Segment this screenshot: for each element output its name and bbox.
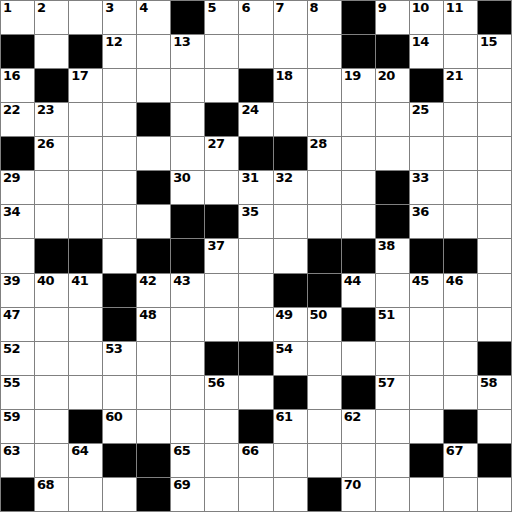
cell-r9c6[interactable]: 43: [171, 274, 204, 307]
clue-number-13: 13: [173, 35, 190, 49]
cell-r9c3[interactable]: 41: [69, 274, 102, 307]
cell-r14c14[interactable]: 67: [444, 444, 477, 477]
black-cell-r10c11: [342, 308, 375, 341]
cell-r14c11[interactable]: [342, 444, 375, 477]
cell-r4c2[interactable]: 23: [35, 103, 68, 136]
clue-number-51: 51: [378, 308, 395, 322]
black-cell-r7c7: [205, 205, 238, 238]
clue-number-39: 39: [3, 274, 20, 288]
cell-r9c11[interactable]: 44: [342, 274, 375, 307]
cell-r13c12[interactable]: [376, 410, 409, 443]
cell-r5c11[interactable]: [342, 137, 375, 170]
cell-r10c7[interactable]: [205, 308, 238, 341]
cell-r5c4[interactable]: [103, 137, 136, 170]
cell-r2c5[interactable]: [137, 35, 170, 68]
clue-number-59: 59: [3, 410, 20, 424]
cell-r1c7[interactable]: 5: [205, 1, 238, 34]
cell-r12c6[interactable]: [171, 376, 204, 409]
cell-r15c15[interactable]: [478, 478, 511, 511]
cell-r11c6[interactable]: [171, 342, 204, 375]
cell-r14c6[interactable]: 65: [171, 444, 204, 477]
cell-r10c8[interactable]: [239, 308, 272, 341]
clue-number-62: 62: [344, 410, 361, 424]
clue-number-60: 60: [105, 410, 122, 424]
clue-number-14: 14: [412, 35, 429, 49]
cell-r10c6[interactable]: [171, 308, 204, 341]
cell-r5c3[interactable]: [69, 137, 102, 170]
clue-number-6: 6: [241, 1, 250, 15]
clue-number-17: 17: [71, 69, 88, 83]
clue-number-19: 19: [344, 69, 361, 83]
cell-r8c8[interactable]: [239, 239, 272, 272]
cell-r3c15[interactable]: [478, 69, 511, 102]
cell-r13c5[interactable]: [137, 410, 170, 443]
clue-number-36: 36: [412, 205, 429, 219]
cell-r13c15[interactable]: [478, 410, 511, 443]
black-cell-r4c7: [205, 103, 238, 136]
cell-r11c11[interactable]: [342, 342, 375, 375]
clue-number-37: 37: [207, 239, 224, 253]
cell-r10c12[interactable]: 51: [376, 308, 409, 341]
clue-number-48: 48: [139, 308, 156, 322]
cell-r3c7[interactable]: [205, 69, 238, 102]
black-cell-r1c15: [478, 1, 511, 34]
black-cell-r3c2: [35, 69, 68, 102]
cell-r10c9[interactable]: 49: [274, 308, 307, 341]
black-cell-r11c7: [205, 342, 238, 375]
cell-r15c4[interactable]: [103, 478, 136, 511]
cell-r5c5[interactable]: [137, 137, 170, 170]
cell-r4c13[interactable]: 25: [410, 103, 443, 136]
cell-r3c9[interactable]: 18: [274, 69, 307, 102]
cell-r6c11[interactable]: [342, 171, 375, 204]
black-cell-r14c5: [137, 444, 170, 477]
clue-number-70: 70: [344, 478, 361, 492]
cell-r12c7[interactable]: 56: [205, 376, 238, 409]
cell-r1c1[interactable]: 1: [1, 1, 34, 34]
clue-number-8: 8: [310, 1, 319, 15]
clue-number-10: 10: [412, 1, 429, 15]
cell-r6c2[interactable]: [35, 171, 68, 204]
cell-r11c13[interactable]: [410, 342, 443, 375]
cell-r12c2[interactable]: [35, 376, 68, 409]
black-cell-r15c10: [308, 478, 341, 511]
cell-r8c15[interactable]: [478, 239, 511, 272]
crossword-grid: 1234567891011121314151617181920212223242…: [0, 0, 512, 512]
cell-r8c1[interactable]: [1, 239, 34, 272]
cell-r13c4[interactable]: 60: [103, 410, 136, 443]
cell-r15c11[interactable]: 70: [342, 478, 375, 511]
clue-number-26: 26: [37, 137, 54, 151]
cell-r15c13[interactable]: [410, 478, 443, 511]
clue-number-69: 69: [173, 478, 190, 492]
cell-r6c15[interactable]: [478, 171, 511, 204]
cell-r12c3[interactable]: [69, 376, 102, 409]
clue-number-15: 15: [480, 35, 497, 49]
black-cell-r2c11: [342, 35, 375, 68]
cell-r2c6[interactable]: 13: [171, 35, 204, 68]
cell-r11c10[interactable]: [308, 342, 341, 375]
cell-r3c12[interactable]: 20: [376, 69, 409, 102]
black-cell-r7c12: [376, 205, 409, 238]
cell-r4c12[interactable]: [376, 103, 409, 136]
clue-number-21: 21: [446, 69, 463, 83]
cell-r2c10[interactable]: [308, 35, 341, 68]
cell-r13c11[interactable]: 62: [342, 410, 375, 443]
cell-r12c15[interactable]: 58: [478, 376, 511, 409]
cell-r11c5[interactable]: [137, 342, 170, 375]
cell-r6c7[interactable]: [205, 171, 238, 204]
black-cell-r3c8: [239, 69, 272, 102]
clue-number-1: 1: [3, 1, 12, 15]
cell-r12c8[interactable]: [239, 376, 272, 409]
cell-r13c7[interactable]: [205, 410, 238, 443]
black-cell-r13c14: [444, 410, 477, 443]
clue-number-44: 44: [344, 274, 361, 288]
clue-number-11: 11: [446, 1, 463, 15]
cell-r5c12[interactable]: [376, 137, 409, 170]
clue-number-3: 3: [105, 1, 114, 15]
black-cell-r9c10: [308, 274, 341, 307]
cell-r15c7[interactable]: [205, 478, 238, 511]
black-cell-r8c2: [35, 239, 68, 272]
cell-r9c13[interactable]: 45: [410, 274, 443, 307]
clue-number-63: 63: [3, 444, 20, 458]
black-cell-r13c8: [239, 410, 272, 443]
clue-number-34: 34: [3, 205, 20, 219]
cell-r1c3[interactable]: [69, 1, 102, 34]
cell-r15c3[interactable]: [69, 478, 102, 511]
cell-r6c6[interactable]: 30: [171, 171, 204, 204]
clue-number-41: 41: [71, 274, 88, 288]
cell-r2c7[interactable]: [205, 35, 238, 68]
cell-r1c9[interactable]: 7: [274, 1, 307, 34]
cell-r4c1[interactable]: 22: [1, 103, 34, 136]
cell-r2c4[interactable]: 12: [103, 35, 136, 68]
clue-number-61: 61: [276, 410, 293, 424]
black-cell-r8c13: [410, 239, 443, 272]
cell-r3c11[interactable]: 19: [342, 69, 375, 102]
cell-r8c9[interactable]: [274, 239, 307, 272]
cell-r7c2[interactable]: [35, 205, 68, 238]
cell-r10c13[interactable]: [410, 308, 443, 341]
cell-r11c12[interactable]: [376, 342, 409, 375]
cell-r6c8[interactable]: 31: [239, 171, 272, 204]
cell-r7c15[interactable]: [478, 205, 511, 238]
cell-r4c10[interactable]: [308, 103, 341, 136]
cell-r5c7[interactable]: 27: [205, 137, 238, 170]
clue-number-24: 24: [241, 103, 258, 117]
cell-r3c1[interactable]: 16: [1, 69, 34, 102]
cell-r11c1[interactable]: 52: [1, 342, 34, 375]
cell-r10c2[interactable]: [35, 308, 68, 341]
cell-r6c4[interactable]: [103, 171, 136, 204]
cell-r9c8[interactable]: [239, 274, 272, 307]
clue-number-31: 31: [241, 171, 258, 185]
clue-number-40: 40: [37, 274, 54, 288]
cell-r12c12[interactable]: 57: [376, 376, 409, 409]
cell-r3c3[interactable]: 17: [69, 69, 102, 102]
clue-number-27: 27: [207, 137, 224, 151]
clue-number-23: 23: [37, 103, 54, 117]
clue-number-55: 55: [3, 376, 20, 390]
cell-r15c6[interactable]: 69: [171, 478, 204, 511]
cell-r15c14[interactable]: [444, 478, 477, 511]
cell-r14c12[interactable]: [376, 444, 409, 477]
cell-r11c4[interactable]: 53: [103, 342, 136, 375]
cell-r12c1[interactable]: 55: [1, 376, 34, 409]
clue-number-50: 50: [310, 308, 327, 322]
clue-number-47: 47: [3, 308, 20, 322]
cell-r12c13[interactable]: [410, 376, 443, 409]
clue-number-4: 4: [139, 1, 148, 15]
cell-r14c3[interactable]: 64: [69, 444, 102, 477]
cell-r3c5[interactable]: [137, 69, 170, 102]
black-cell-r1c11: [342, 1, 375, 34]
cell-r3c14[interactable]: 21: [444, 69, 477, 102]
clue-number-43: 43: [173, 274, 190, 288]
cell-r9c5[interactable]: 42: [137, 274, 170, 307]
clue-number-54: 54: [276, 342, 293, 356]
cell-r11c14[interactable]: [444, 342, 477, 375]
clue-number-58: 58: [480, 376, 497, 390]
black-cell-r3c13: [410, 69, 443, 102]
black-cell-r2c3: [69, 35, 102, 68]
cell-r13c1[interactable]: 59: [1, 410, 34, 443]
cell-r15c2[interactable]: 68: [35, 478, 68, 511]
clue-number-29: 29: [3, 171, 20, 185]
cell-r10c15[interactable]: [478, 308, 511, 341]
black-cell-r11c8: [239, 342, 272, 375]
cell-r6c3[interactable]: [69, 171, 102, 204]
clue-number-32: 32: [276, 171, 293, 185]
black-cell-r12c11: [342, 376, 375, 409]
cell-r2c14[interactable]: [444, 35, 477, 68]
cell-r6c10[interactable]: [308, 171, 341, 204]
black-cell-r5c9: [274, 137, 307, 170]
black-cell-r2c1: [1, 35, 34, 68]
cell-r7c14[interactable]: [444, 205, 477, 238]
black-cell-r8c6: [171, 239, 204, 272]
clue-number-49: 49: [276, 308, 293, 322]
clue-number-9: 9: [378, 1, 387, 15]
cell-r9c12[interactable]: [376, 274, 409, 307]
cell-r14c10[interactable]: [308, 444, 341, 477]
cell-r12c10[interactable]: [308, 376, 341, 409]
cell-r15c12[interactable]: [376, 478, 409, 511]
clue-number-45: 45: [412, 274, 429, 288]
cell-r7c9[interactable]: [274, 205, 307, 238]
cell-r1c2[interactable]: 2: [35, 1, 68, 34]
cell-r4c9[interactable]: [274, 103, 307, 136]
cell-r2c2[interactable]: [35, 35, 68, 68]
clue-number-38: 38: [378, 239, 395, 253]
cell-r11c3[interactable]: [69, 342, 102, 375]
cell-r2c8[interactable]: [239, 35, 272, 68]
black-cell-r12c9: [274, 376, 307, 409]
cell-r5c10[interactable]: 28: [308, 137, 341, 170]
cell-r14c8[interactable]: 66: [239, 444, 272, 477]
cell-r12c5[interactable]: [137, 376, 170, 409]
cell-r7c13[interactable]: 36: [410, 205, 443, 238]
cell-r15c9[interactable]: [274, 478, 307, 511]
cell-r6c9[interactable]: 32: [274, 171, 307, 204]
cell-r8c4[interactable]: [103, 239, 136, 272]
black-cell-r11c15: [478, 342, 511, 375]
cell-r10c10[interactable]: 50: [308, 308, 341, 341]
black-cell-r7c6: [171, 205, 204, 238]
clue-number-52: 52: [3, 342, 20, 356]
cell-r14c2[interactable]: [35, 444, 68, 477]
cell-r14c1[interactable]: 63: [1, 444, 34, 477]
clue-number-68: 68: [37, 478, 54, 492]
cell-r4c3[interactable]: [69, 103, 102, 136]
black-cell-r15c5: [137, 478, 170, 511]
cell-r13c2[interactable]: [35, 410, 68, 443]
black-cell-r8c5: [137, 239, 170, 272]
clue-number-53: 53: [105, 342, 122, 356]
black-cell-r6c5: [137, 171, 170, 204]
clue-number-35: 35: [241, 205, 258, 219]
cell-r9c15[interactable]: [478, 274, 511, 307]
black-cell-r8c11: [342, 239, 375, 272]
cell-r4c8[interactable]: 24: [239, 103, 272, 136]
cell-r4c11[interactable]: [342, 103, 375, 136]
black-cell-r8c14: [444, 239, 477, 272]
cell-r12c14[interactable]: [444, 376, 477, 409]
cell-r11c9[interactable]: 54: [274, 342, 307, 375]
black-cell-r10c4: [103, 308, 136, 341]
cell-r10c14[interactable]: [444, 308, 477, 341]
clue-number-33: 33: [412, 171, 429, 185]
cell-r2c13[interactable]: 14: [410, 35, 443, 68]
black-cell-r5c8: [239, 137, 272, 170]
clue-number-25: 25: [412, 103, 429, 117]
cell-r5c6[interactable]: [171, 137, 204, 170]
cell-r10c5[interactable]: 48: [137, 308, 170, 341]
cell-r7c4[interactable]: [103, 205, 136, 238]
clue-number-65: 65: [173, 444, 190, 458]
cell-r1c8[interactable]: 6: [239, 1, 272, 34]
cell-r8c12[interactable]: 38: [376, 239, 409, 272]
clue-number-30: 30: [173, 171, 190, 185]
cell-r3c10[interactable]: [308, 69, 341, 102]
black-cell-r8c3: [69, 239, 102, 272]
cell-r6c1[interactable]: 29: [1, 171, 34, 204]
clue-number-67: 67: [446, 444, 463, 458]
clue-number-16: 16: [3, 69, 20, 83]
black-cell-r9c9: [274, 274, 307, 307]
clue-number-5: 5: [207, 1, 216, 15]
black-cell-r8c10: [308, 239, 341, 272]
cell-r6c14[interactable]: [444, 171, 477, 204]
cell-r7c5[interactable]: [137, 205, 170, 238]
clue-number-28: 28: [310, 137, 327, 151]
cell-r5c2[interactable]: 26: [35, 137, 68, 170]
cell-r7c1[interactable]: 34: [1, 205, 34, 238]
cell-r11c2[interactable]: [35, 342, 68, 375]
cell-r3c6[interactable]: [171, 69, 204, 102]
cell-r1c10[interactable]: 8: [308, 1, 341, 34]
cell-r2c9[interactable]: [274, 35, 307, 68]
clue-number-20: 20: [378, 69, 395, 83]
cell-r6c13[interactable]: 33: [410, 171, 443, 204]
cell-r1c14[interactable]: 11: [444, 1, 477, 34]
cell-r4c6[interactable]: [171, 103, 204, 136]
black-cell-r6c12: [376, 171, 409, 204]
cell-r4c4[interactable]: [103, 103, 136, 136]
cell-r13c10[interactable]: [308, 410, 341, 443]
cell-r12c4[interactable]: [103, 376, 136, 409]
cell-r13c13[interactable]: [410, 410, 443, 443]
cell-r13c9[interactable]: 61: [274, 410, 307, 443]
clue-number-46: 46: [446, 274, 463, 288]
cell-r7c11[interactable]: [342, 205, 375, 238]
black-cell-r14c15: [478, 444, 511, 477]
cell-r14c9[interactable]: [274, 444, 307, 477]
cell-r9c1[interactable]: 39: [1, 274, 34, 307]
cell-r4c14[interactable]: [444, 103, 477, 136]
cell-r15c8[interactable]: [239, 478, 272, 511]
cell-r2c15[interactable]: 15: [478, 35, 511, 68]
clue-number-22: 22: [3, 103, 20, 117]
cell-r1c5[interactable]: 4: [137, 1, 170, 34]
clue-number-66: 66: [241, 444, 258, 458]
clue-number-12: 12: [105, 35, 122, 49]
black-cell-r2c12: [376, 35, 409, 68]
cell-r7c10[interactable]: [308, 205, 341, 238]
black-cell-r1c6: [171, 1, 204, 34]
cell-r9c14[interactable]: 46: [444, 274, 477, 307]
cell-r9c7[interactable]: [205, 274, 238, 307]
cell-r1c12[interactable]: 9: [376, 1, 409, 34]
black-cell-r9c4: [103, 274, 136, 307]
clue-number-2: 2: [37, 1, 46, 15]
black-cell-r13c3: [69, 410, 102, 443]
cell-r10c1[interactable]: 47: [1, 308, 34, 341]
cell-r9c2[interactable]: 40: [35, 274, 68, 307]
cell-r7c3[interactable]: [69, 205, 102, 238]
clue-number-56: 56: [207, 376, 224, 390]
black-cell-r15c1: [1, 478, 34, 511]
cell-r5c13[interactable]: [410, 137, 443, 170]
clue-number-57: 57: [378, 376, 395, 390]
cell-r7c8[interactable]: 35: [239, 205, 272, 238]
black-cell-r5c1: [1, 137, 34, 170]
cell-r8c7[interactable]: 37: [205, 239, 238, 272]
cell-r5c15[interactable]: [478, 137, 511, 170]
clue-number-42: 42: [139, 274, 156, 288]
cell-r5c14[interactable]: [444, 137, 477, 170]
black-cell-r4c5: [137, 103, 170, 136]
clue-number-18: 18: [276, 69, 293, 83]
clue-number-7: 7: [276, 1, 285, 15]
clue-number-64: 64: [71, 444, 88, 458]
cell-r4c15[interactable]: [478, 103, 511, 136]
cell-r10c3[interactable]: [69, 308, 102, 341]
cell-r13c6[interactable]: [171, 410, 204, 443]
cell-r1c13[interactable]: 10: [410, 1, 443, 34]
cell-r14c7[interactable]: [205, 444, 238, 477]
cell-r1c4[interactable]: 3: [103, 1, 136, 34]
black-cell-r14c13: [410, 444, 443, 477]
cell-r3c4[interactable]: [103, 69, 136, 102]
black-cell-r14c4: [103, 444, 136, 477]
